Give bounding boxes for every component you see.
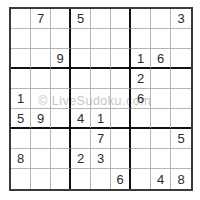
cell-r1c6[interactable] [111, 9, 131, 29]
cell-r2c9[interactable] [171, 29, 191, 49]
cell-r5c1: 1 [11, 89, 31, 109]
cell-r4c3[interactable] [51, 69, 71, 89]
cell-r4c7: 2 [131, 69, 151, 89]
cell-r5c6[interactable] [111, 89, 131, 109]
cell-r8c1: 8 [11, 149, 31, 169]
cell-r5c4[interactable] [71, 89, 91, 109]
cell-r9c3[interactable] [51, 169, 71, 189]
cell-r4c6[interactable] [111, 69, 131, 89]
cell-r4c2[interactable] [31, 69, 51, 89]
cell-r2c7[interactable] [131, 29, 151, 49]
sudoku-page: © LiveSudoku.com 753916216594175823648 [0, 0, 200, 200]
cell-r5c9[interactable] [171, 89, 191, 109]
cell-r8c8[interactable] [151, 149, 171, 169]
cell-r1c7[interactable] [131, 9, 151, 29]
cell-r3c5[interactable] [91, 49, 111, 69]
cell-r3c2[interactable] [31, 49, 51, 69]
cell-r8c9[interactable] [171, 149, 191, 169]
cell-r1c4: 5 [71, 9, 91, 29]
cell-r6c2: 9 [31, 109, 51, 129]
cell-r8c5: 3 [91, 149, 111, 169]
cell-r5c2[interactable] [31, 89, 51, 109]
cell-r6c9[interactable] [171, 109, 191, 129]
cell-r8c7[interactable] [131, 149, 151, 169]
cell-r5c3[interactable] [51, 89, 71, 109]
cell-r4c5[interactable] [91, 69, 111, 89]
cell-r7c4[interactable] [71, 129, 91, 149]
cell-r2c2[interactable] [31, 29, 51, 49]
cell-r9c1[interactable] [11, 169, 31, 189]
cell-r7c1[interactable] [11, 129, 31, 149]
cell-r5c8[interactable] [151, 89, 171, 109]
cell-r9c4[interactable] [71, 169, 91, 189]
cell-r7c9: 5 [171, 129, 191, 149]
cell-r9c6: 6 [111, 169, 131, 189]
cell-r4c9[interactable] [171, 69, 191, 89]
cell-r4c8[interactable] [151, 69, 171, 89]
cell-r7c8[interactable] [151, 129, 171, 149]
cell-r1c3[interactable] [51, 9, 71, 29]
cell-r9c8: 4 [151, 169, 171, 189]
cell-r2c4[interactable] [71, 29, 91, 49]
cell-r5c5[interactable] [91, 89, 111, 109]
cell-r4c1[interactable] [11, 69, 31, 89]
cell-r3c8: 6 [151, 49, 171, 69]
cell-r6c5: 1 [91, 109, 111, 129]
cell-r7c6[interactable] [111, 129, 131, 149]
cell-r3c7: 1 [131, 49, 151, 69]
cell-r3c9[interactable] [171, 49, 191, 69]
cell-r1c8[interactable] [151, 9, 171, 29]
cell-r2c6[interactable] [111, 29, 131, 49]
cell-r7c5: 7 [91, 129, 111, 149]
cell-r2c5[interactable] [91, 29, 111, 49]
cell-r8c2[interactable] [31, 149, 51, 169]
cell-r6c1: 5 [11, 109, 31, 129]
cell-r6c3[interactable] [51, 109, 71, 129]
cell-r4c4[interactable] [71, 69, 91, 89]
cell-r2c8[interactable] [151, 29, 171, 49]
cell-r2c3[interactable] [51, 29, 71, 49]
cell-r7c3[interactable] [51, 129, 71, 149]
cell-r8c6[interactable] [111, 149, 131, 169]
cell-r9c5[interactable] [91, 169, 111, 189]
cell-r1c5[interactable] [91, 9, 111, 29]
cell-r2c1[interactable] [11, 29, 31, 49]
cell-r3c3: 9 [51, 49, 71, 69]
cell-r6c4: 4 [71, 109, 91, 129]
cell-r1c9: 3 [171, 9, 191, 29]
cell-r6c8[interactable] [151, 109, 171, 129]
cell-r9c2[interactable] [31, 169, 51, 189]
cell-r3c6[interactable] [111, 49, 131, 69]
cell-r6c6[interactable] [111, 109, 131, 129]
sudoku-board: © LiveSudoku.com 753916216594175823648 [9, 7, 193, 191]
cell-r7c2[interactable] [31, 129, 51, 149]
cell-r5c7: 6 [131, 89, 151, 109]
cell-r8c3[interactable] [51, 149, 71, 169]
cell-r7c7[interactable] [131, 129, 151, 149]
cell-r3c1[interactable] [11, 49, 31, 69]
cell-r6c7[interactable] [131, 109, 151, 129]
cell-r3c4[interactable] [71, 49, 91, 69]
cell-r8c4: 2 [71, 149, 91, 169]
cell-r9c7[interactable] [131, 169, 151, 189]
cell-r9c9: 8 [171, 169, 191, 189]
cell-r1c1[interactable] [11, 9, 31, 29]
cell-r1c2: 7 [31, 9, 51, 29]
